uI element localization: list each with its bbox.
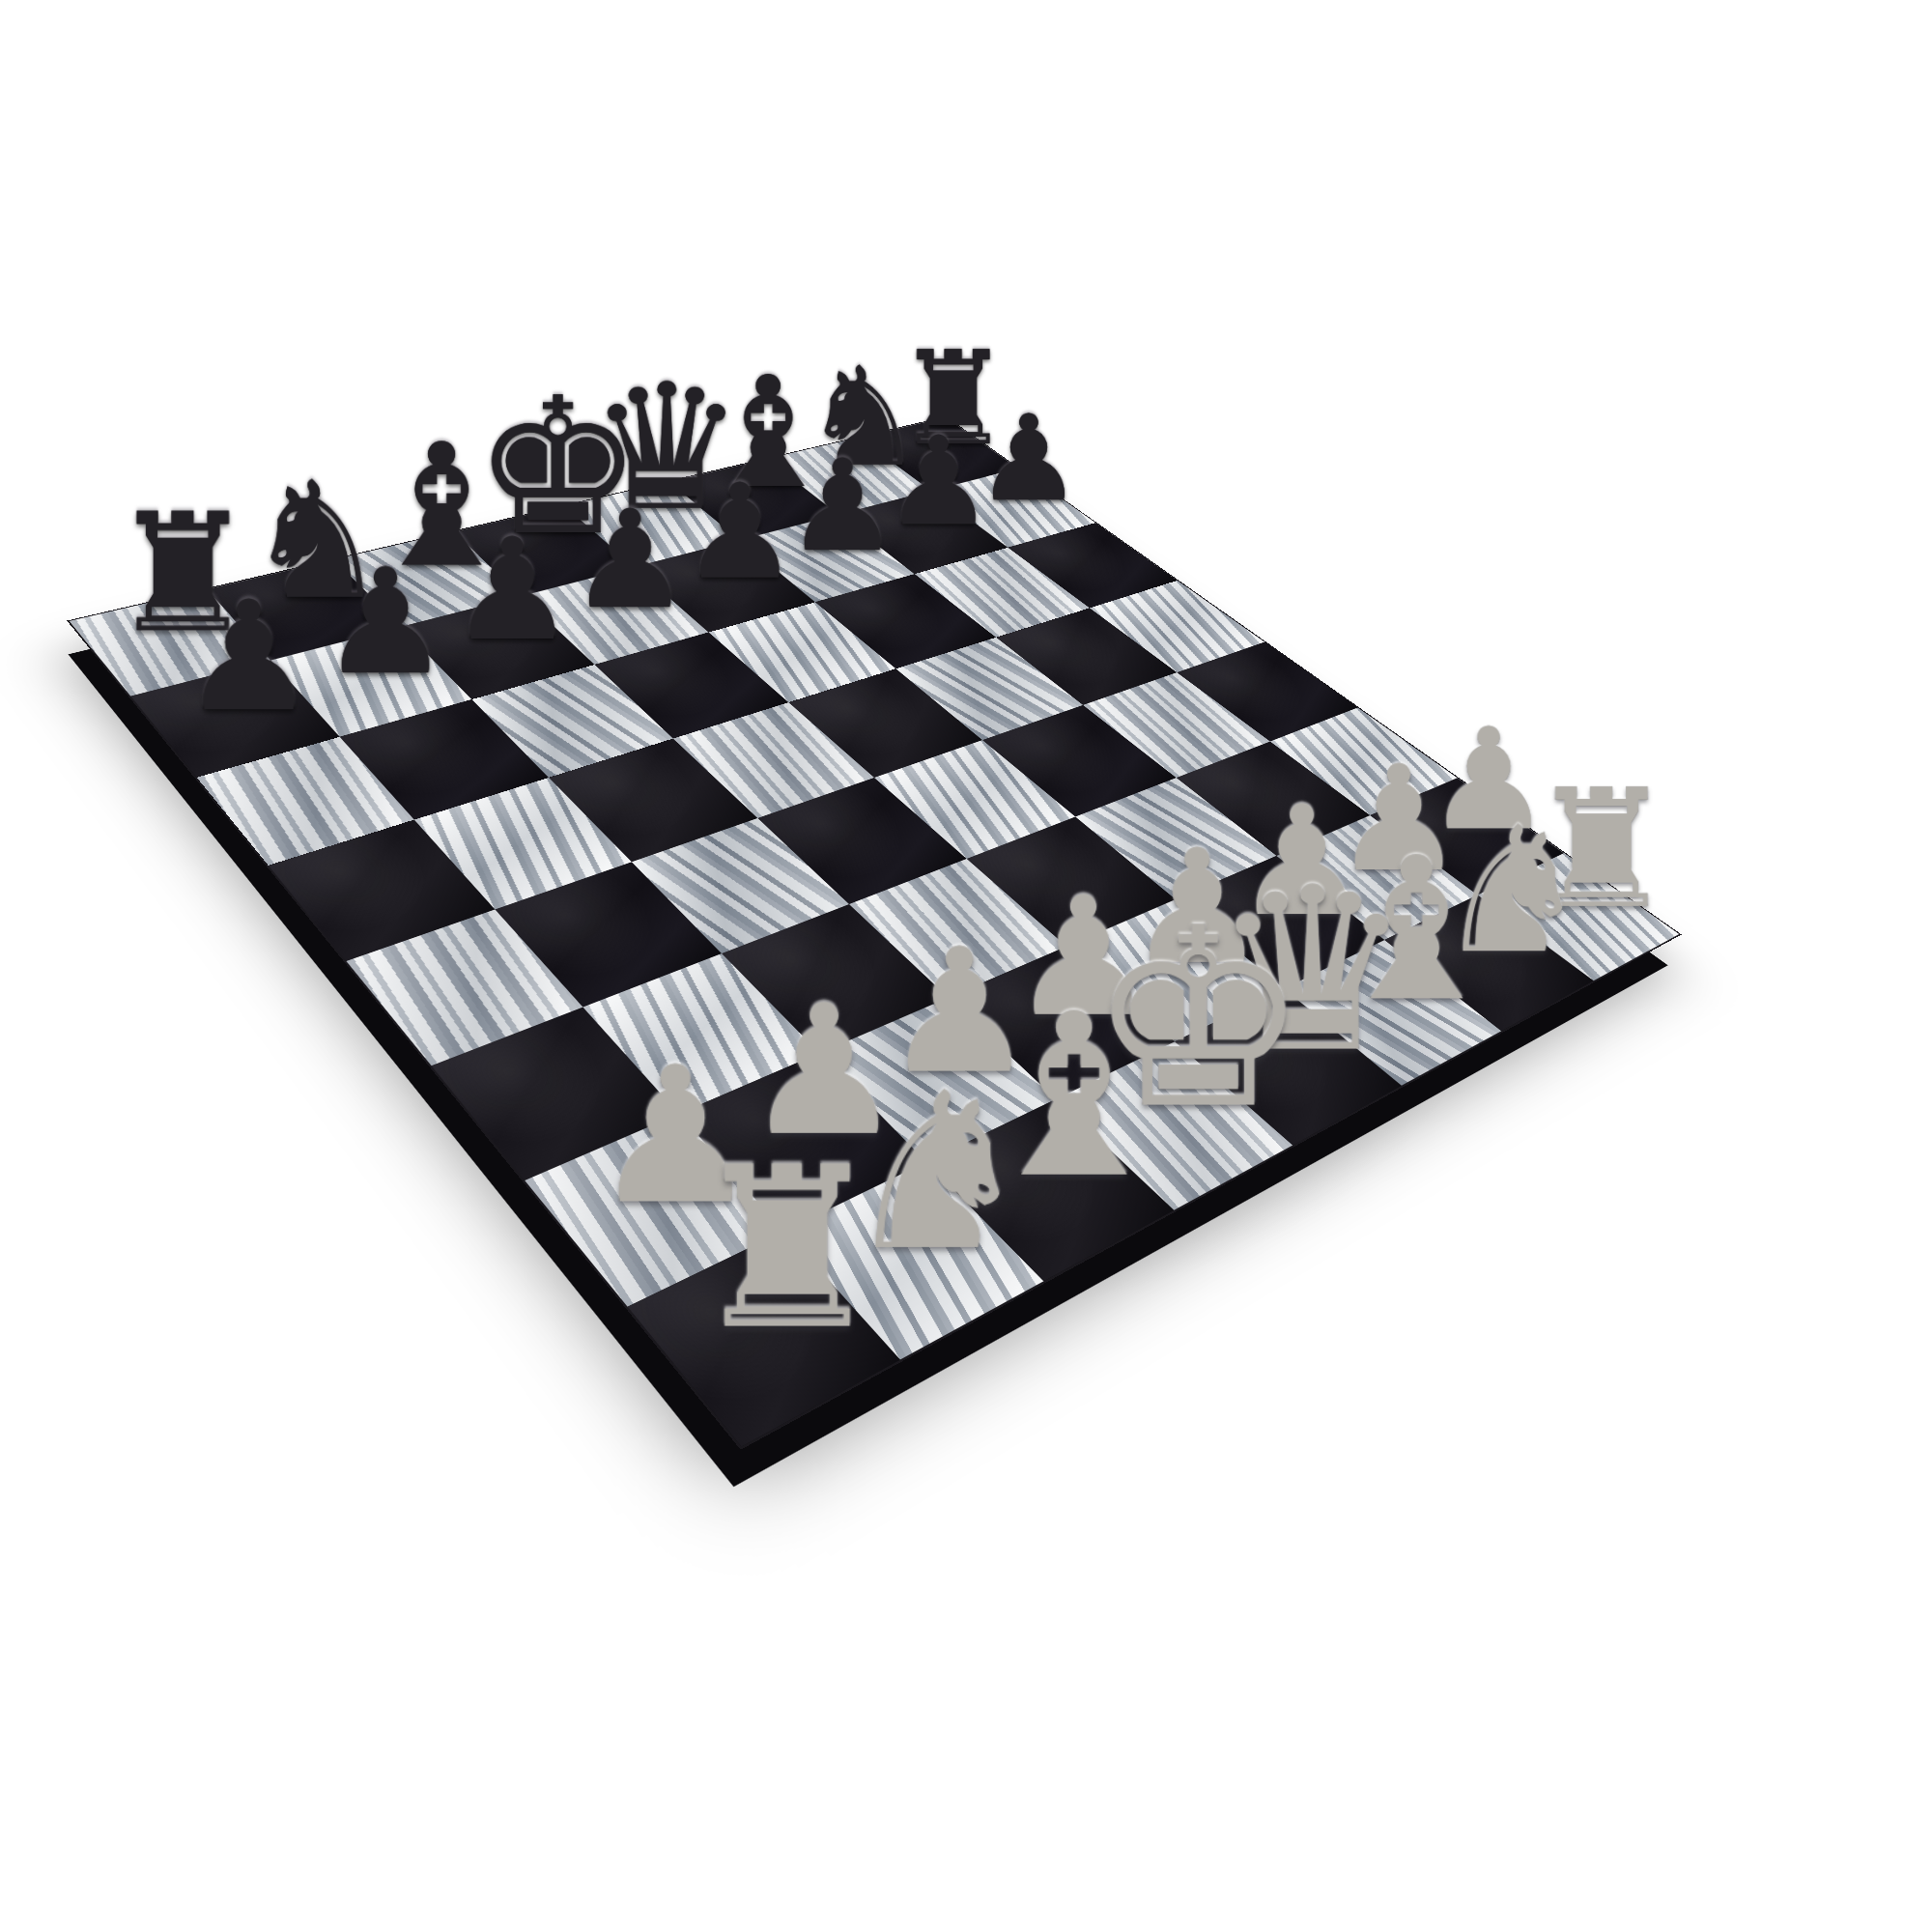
piece-grey-rook[interactable]: ♜	[588, 1138, 985, 1360]
piece-black-pawn[interactable]: ♟	[97, 581, 400, 732]
product-photo-scene: ♜♞♝♚♛♝♞♜♟♟♟♟♟♟♟♟♟♟♟♟♟♟♟♟♜♞♝♚♛♝♞♜	[0, 0, 1932, 1932]
